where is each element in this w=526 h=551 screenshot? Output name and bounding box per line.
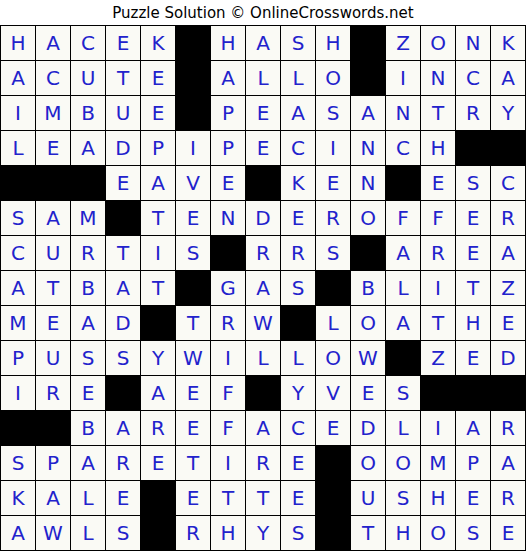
letter-cell: R [491,411,526,446]
letter-cell: A [71,306,106,341]
letter-cell: E [456,341,491,376]
letter-cell: R [456,96,491,131]
letter-cell: F [386,201,421,236]
letter-cell: O [386,446,421,481]
letter-cell: I [1,376,36,411]
letter-cell: A [351,96,386,131]
black-cell [36,166,71,201]
letter-cell: L [316,306,351,341]
letter-cell: E [351,376,386,411]
letter-cell: A [491,236,526,271]
letter-cell: E [36,131,71,166]
letter-cell: T [421,96,456,131]
letter-cell: P [36,446,71,481]
letter-cell: E [246,96,281,131]
letter-cell: L [386,411,421,446]
letter-cell: H [456,306,491,341]
black-cell [351,61,386,96]
letter-cell: E [491,516,526,551]
letter-cell: A [1,271,36,306]
letter-cell: P [211,131,246,166]
letter-cell: B [71,411,106,446]
black-cell [491,131,526,166]
letter-cell: T [176,446,211,481]
letter-cell: N [351,131,386,166]
letter-cell: A [246,271,281,306]
letter-cell: A [211,61,246,96]
letter-cell: B [71,96,106,131]
letter-cell: H [211,26,246,61]
black-cell [1,166,36,201]
letter-cell: W [176,341,211,376]
black-cell [106,201,141,236]
black-cell [316,446,351,481]
black-cell [141,306,176,341]
letter-cell: M [36,96,71,131]
letter-cell: T [141,271,176,306]
letter-cell: C [71,26,106,61]
letter-cell: E [456,236,491,271]
letter-cell: S [281,26,316,61]
letter-cell: Y [281,376,316,411]
letter-cell: T [106,61,141,96]
letter-cell: T [246,481,281,516]
letter-cell: U [71,61,106,96]
black-cell [386,166,421,201]
black-cell [316,516,351,551]
letter-cell: A [36,481,71,516]
letter-cell: I [211,341,246,376]
letter-cell: V [176,166,211,201]
page: Puzzle Solution © OnlineCrosswords.net H… [0,0,526,551]
letter-cell: T [36,271,71,306]
letter-cell: R [176,516,211,551]
letter-cell: L [386,271,421,306]
black-cell [71,166,106,201]
letter-cell: T [176,306,211,341]
letter-cell: E [491,306,526,341]
black-cell [36,411,71,446]
letter-cell: C [456,61,491,96]
letter-cell: E [106,481,141,516]
black-cell [141,481,176,516]
letter-cell: I [141,236,176,271]
black-cell [316,271,351,306]
letter-cell: B [351,271,386,306]
letter-cell: H [211,516,246,551]
letter-cell: N [351,166,386,201]
letter-cell: A [386,306,421,341]
letter-cell: A [246,26,281,61]
letter-cell: Z [491,271,526,306]
letter-cell: P [456,446,491,481]
letter-cell: E [71,376,106,411]
letter-cell: K [491,26,526,61]
page-title: Puzzle Solution © OnlineCrosswords.net [0,0,526,25]
crossword-grid: HACEKHASHZONKACUTEALLOINCAIMBUEPEASANTRY… [0,25,526,551]
letter-cell: C [386,131,421,166]
letter-cell: Y [491,96,526,131]
black-cell [211,236,246,271]
letter-cell: S [456,166,491,201]
letter-cell: A [1,61,36,96]
letter-cell: R [491,201,526,236]
letter-cell: R [211,306,246,341]
letter-cell: A [456,411,491,446]
letter-cell: A [71,131,106,166]
letter-cell: V [316,376,351,411]
letter-cell: P [141,131,176,166]
letter-cell: K [1,481,36,516]
letter-cell: A [386,236,421,271]
letter-cell: O [351,201,386,236]
letter-cell: S [386,376,421,411]
letter-cell: E [281,201,316,236]
letter-cell: E [316,411,351,446]
letter-cell: S [386,481,421,516]
letter-cell: D [351,411,386,446]
letter-cell: U [36,341,71,376]
letter-cell: I [421,271,456,306]
letter-cell: C [1,236,36,271]
letter-cell: E [106,166,141,201]
letter-cell: P [1,341,36,376]
letter-cell: S [106,516,141,551]
letter-cell: H [1,26,36,61]
letter-cell: E [456,481,491,516]
black-cell [246,376,281,411]
letter-cell: A [36,26,71,61]
letter-cell: E [281,481,316,516]
black-cell [176,26,211,61]
black-cell [141,516,176,551]
letter-cell: A [1,516,36,551]
letter-cell: R [281,236,316,271]
letter-cell: S [456,516,491,551]
letter-cell: S [106,341,141,376]
letter-cell: M [1,306,36,341]
letter-cell: O [351,446,386,481]
letter-cell: S [1,201,36,236]
letter-cell: E [246,131,281,166]
letter-cell: R [106,446,141,481]
letter-cell: E [456,201,491,236]
letter-cell: E [211,166,246,201]
letter-cell: E [316,166,351,201]
letter-cell: A [491,61,526,96]
letter-cell: E [176,376,211,411]
black-cell [176,61,211,96]
letter-cell: Y [141,341,176,376]
black-cell [246,166,281,201]
letter-cell: D [246,201,281,236]
letter-cell: S [281,516,316,551]
letter-cell: Z [386,26,421,61]
letter-cell: N [421,61,456,96]
letter-cell: S [176,236,211,271]
letter-cell: S [71,341,106,376]
letter-cell: T [421,306,456,341]
letter-cell: H [421,131,456,166]
letter-cell: C [281,131,316,166]
letter-cell: A [71,446,106,481]
black-cell [491,376,526,411]
black-cell [1,411,36,446]
black-cell [351,26,386,61]
letter-cell: O [316,341,351,376]
letter-cell: C [281,411,316,446]
black-cell [386,341,421,376]
letter-cell: E [421,166,456,201]
letter-cell: Z [421,341,456,376]
black-cell [351,236,386,271]
letter-cell: N [456,26,491,61]
letter-cell: T [456,271,491,306]
letter-cell: M [421,446,456,481]
letter-cell: S [1,446,36,481]
letter-cell: Y [246,516,281,551]
letter-cell: R [491,481,526,516]
letter-cell: R [36,376,71,411]
letter-cell: C [491,166,526,201]
letter-cell: F [211,376,246,411]
black-cell [281,306,316,341]
letter-cell: A [141,166,176,201]
letter-cell: I [211,446,246,481]
black-cell [456,376,491,411]
letter-cell: K [141,26,176,61]
letter-cell: U [351,481,386,516]
letter-cell: A [36,201,71,236]
letter-cell: O [316,61,351,96]
letter-cell: O [421,26,456,61]
letter-cell: R [71,236,106,271]
letter-cell: L [246,341,281,376]
letter-cell: L [246,61,281,96]
letter-cell: N [386,96,421,131]
letter-cell: A [281,96,316,131]
letter-cell: H [386,516,421,551]
letter-cell: F [421,201,456,236]
letter-cell: B [71,271,106,306]
letter-cell: A [106,411,141,446]
letter-cell: T [211,481,246,516]
black-cell [456,131,491,166]
letter-cell: E [281,446,316,481]
letter-cell: R [316,201,351,236]
letter-cell: R [141,411,176,446]
black-cell [176,96,211,131]
letter-cell: I [316,131,351,166]
letter-cell: W [246,306,281,341]
letter-cell: E [176,481,211,516]
letter-cell: I [386,61,421,96]
letter-cell: O [351,306,386,341]
letter-cell: A [106,271,141,306]
letter-cell: I [421,411,456,446]
letter-cell: L [281,341,316,376]
letter-cell: D [491,341,526,376]
letter-cell: E [141,61,176,96]
letter-cell: D [106,306,141,341]
black-cell [106,376,141,411]
letter-cell: A [491,446,526,481]
letter-cell: R [246,236,281,271]
letter-cell: U [36,236,71,271]
letter-cell: E [176,201,211,236]
letter-cell: K [281,166,316,201]
letter-cell: S [281,271,316,306]
letter-cell: O [421,516,456,551]
letter-cell: A [141,376,176,411]
letter-cell: R [421,236,456,271]
letter-cell: H [421,481,456,516]
letter-cell: M [71,201,106,236]
letter-cell: I [176,131,211,166]
letter-cell: G [211,271,246,306]
letter-cell: W [351,341,386,376]
letter-cell: A [246,411,281,446]
letter-cell: R [246,446,281,481]
letter-cell: U [106,96,141,131]
letter-cell: N [211,201,246,236]
letter-cell: T [141,201,176,236]
letter-cell: P [211,96,246,131]
letter-cell: L [1,131,36,166]
letter-cell: S [316,96,351,131]
letter-cell: D [106,131,141,166]
letter-cell: T [106,236,141,271]
letter-cell: E [176,411,211,446]
letter-cell: E [36,306,71,341]
black-cell [176,271,211,306]
letter-cell: E [141,96,176,131]
letter-cell: T [351,516,386,551]
letter-cell: L [281,61,316,96]
letter-cell: I [1,96,36,131]
letter-cell: C [36,61,71,96]
black-cell [421,376,456,411]
letter-cell: H [316,26,351,61]
letter-cell: W [36,516,71,551]
black-cell [316,481,351,516]
letter-cell: L [71,516,106,551]
letter-cell: F [211,411,246,446]
letter-cell: L [71,481,106,516]
letter-cell: E [106,26,141,61]
letter-cell: S [316,236,351,271]
letter-cell: E [141,446,176,481]
